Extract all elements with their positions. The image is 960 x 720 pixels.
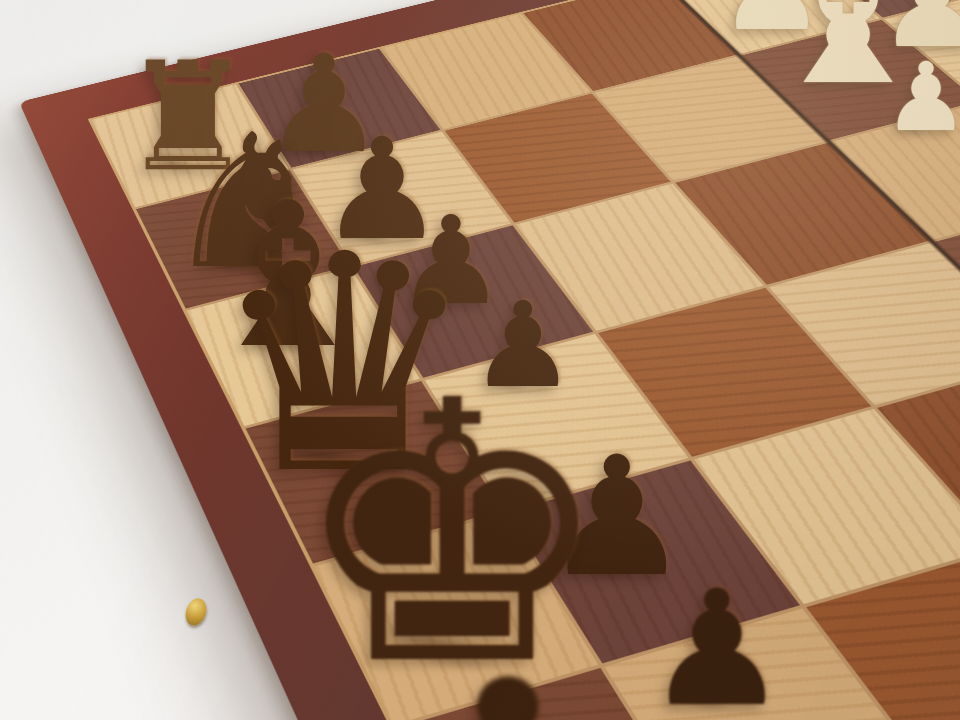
pieces-layer: ♜♞♝♛♚♝♟♟♟♟♟♟♟♝♟♟ — [0, 0, 960, 720]
chess-set-photo: ♜♞♝♛♚♝♟♟♟♟♟♟♟♝♟♟ — [0, 0, 960, 720]
piece-light-pawn-b7: ♟ — [883, 50, 960, 145]
piece-dark-bishop-f1: ♝ — [338, 633, 679, 720]
